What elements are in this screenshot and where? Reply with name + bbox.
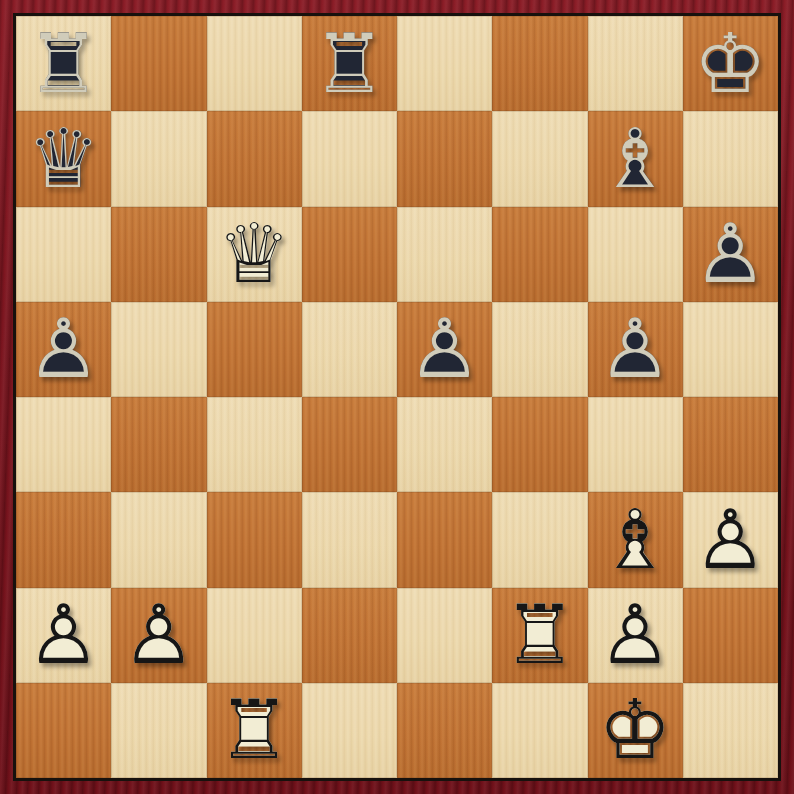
square-c5[interactable]	[207, 302, 302, 397]
white-rook-outline: ♖	[492, 588, 587, 683]
square-b1[interactable]	[111, 683, 206, 778]
white-pawn[interactable]: ♟♙	[588, 588, 683, 683]
white-pawn[interactable]: ♟♙	[683, 492, 778, 587]
square-f6[interactable]	[492, 207, 587, 302]
square-h7[interactable]	[683, 111, 778, 206]
white-pawn[interactable]: ♟♙	[16, 588, 111, 683]
white-queen[interactable]: ♛♕	[207, 207, 302, 302]
square-a6[interactable]	[16, 207, 111, 302]
square-a8[interactable]: ♜♖	[16, 16, 111, 111]
black-pawn[interactable]: ♟♙	[683, 207, 778, 302]
white-rook[interactable]: ♜♖	[492, 588, 587, 683]
square-h5[interactable]	[683, 302, 778, 397]
square-a7[interactable]: ♛♕	[16, 111, 111, 206]
square-e4[interactable]	[397, 397, 492, 492]
black-queen-outline: ♕	[16, 111, 111, 206]
square-h2[interactable]	[683, 588, 778, 683]
square-b7[interactable]	[111, 111, 206, 206]
white-queen-outline: ♕	[207, 207, 302, 302]
black-rook[interactable]: ♜♖	[16, 16, 111, 111]
black-pawn[interactable]: ♟♙	[588, 302, 683, 397]
square-h8[interactable]: ♚♔	[683, 16, 778, 111]
square-d7[interactable]	[302, 111, 397, 206]
square-b6[interactable]	[111, 207, 206, 302]
square-f7[interactable]	[492, 111, 587, 206]
black-pawn-outline: ♙	[16, 302, 111, 397]
square-e8[interactable]	[397, 16, 492, 111]
square-g8[interactable]	[588, 16, 683, 111]
square-c1[interactable]: ♜♖	[207, 683, 302, 778]
square-e6[interactable]	[397, 207, 492, 302]
square-f3[interactable]	[492, 492, 587, 587]
square-g6[interactable]	[588, 207, 683, 302]
square-a2[interactable]: ♟♙	[16, 588, 111, 683]
square-f4[interactable]	[492, 397, 587, 492]
black-king-outline: ♔	[683, 16, 778, 111]
white-pawn-outline: ♙	[111, 588, 206, 683]
square-c8[interactable]	[207, 16, 302, 111]
square-g5[interactable]: ♟♙	[588, 302, 683, 397]
black-rook-outline: ♖	[16, 16, 111, 111]
square-c4[interactable]	[207, 397, 302, 492]
square-b8[interactable]	[111, 16, 206, 111]
black-pawn[interactable]: ♟♙	[397, 302, 492, 397]
square-c3[interactable]	[207, 492, 302, 587]
black-queen[interactable]: ♛♕	[16, 111, 111, 206]
white-bishop[interactable]: ♝♗	[588, 492, 683, 587]
square-e5[interactable]: ♟♙	[397, 302, 492, 397]
square-f1[interactable]	[492, 683, 587, 778]
square-e7[interactable]	[397, 111, 492, 206]
square-f8[interactable]	[492, 16, 587, 111]
white-pawn[interactable]: ♟♙	[111, 588, 206, 683]
black-pawn-outline: ♙	[588, 302, 683, 397]
white-bishop-outline: ♗	[588, 492, 683, 587]
square-c7[interactable]	[207, 111, 302, 206]
white-rook-outline: ♖	[207, 683, 302, 778]
square-h1[interactable]	[683, 683, 778, 778]
white-king[interactable]: ♚♔	[588, 683, 683, 778]
white-king-outline: ♔	[588, 683, 683, 778]
black-bishop-outline: ♗	[588, 111, 683, 206]
square-a1[interactable]	[16, 683, 111, 778]
square-g7[interactable]: ♝♗	[588, 111, 683, 206]
square-e1[interactable]	[397, 683, 492, 778]
black-pawn-outline: ♙	[397, 302, 492, 397]
black-rook[interactable]: ♜♖	[302, 16, 397, 111]
square-d1[interactable]	[302, 683, 397, 778]
white-pawn-outline: ♙	[16, 588, 111, 683]
square-d8[interactable]: ♜♖	[302, 16, 397, 111]
square-d3[interactable]	[302, 492, 397, 587]
square-f5[interactable]	[492, 302, 587, 397]
square-d2[interactable]	[302, 588, 397, 683]
white-pawn-outline: ♙	[683, 492, 778, 587]
square-h3[interactable]: ♟♙	[683, 492, 778, 587]
black-pawn-outline: ♙	[683, 207, 778, 302]
black-king[interactable]: ♚♔	[683, 16, 778, 111]
square-f2[interactable]: ♜♖	[492, 588, 587, 683]
square-h6[interactable]: ♟♙	[683, 207, 778, 302]
square-c6[interactable]: ♛♕	[207, 207, 302, 302]
white-pawn-outline: ♙	[588, 588, 683, 683]
square-a5[interactable]: ♟♙	[16, 302, 111, 397]
square-b5[interactable]	[111, 302, 206, 397]
chess-board: ♜♖♜♖♚♔♛♕♝♗♛♕♟♙♟♙♟♙♟♙♝♗♟♙♟♙♟♙♜♖♟♙♜♖♚♔	[13, 13, 781, 781]
square-d6[interactable]	[302, 207, 397, 302]
square-h4[interactable]	[683, 397, 778, 492]
black-bishop[interactable]: ♝♗	[588, 111, 683, 206]
square-g3[interactable]: ♝♗	[588, 492, 683, 587]
square-b4[interactable]	[111, 397, 206, 492]
square-g4[interactable]	[588, 397, 683, 492]
square-a3[interactable]	[16, 492, 111, 587]
square-d5[interactable]	[302, 302, 397, 397]
square-b3[interactable]	[111, 492, 206, 587]
square-b2[interactable]: ♟♙	[111, 588, 206, 683]
black-pawn[interactable]: ♟♙	[16, 302, 111, 397]
black-rook-outline: ♖	[302, 16, 397, 111]
square-c2[interactable]	[207, 588, 302, 683]
square-d4[interactable]	[302, 397, 397, 492]
square-g1[interactable]: ♚♔	[588, 683, 683, 778]
square-e2[interactable]	[397, 588, 492, 683]
square-a4[interactable]	[16, 397, 111, 492]
square-e3[interactable]	[397, 492, 492, 587]
board-frame: ♜♖♜♖♚♔♛♕♝♗♛♕♟♙♟♙♟♙♟♙♝♗♟♙♟♙♟♙♜♖♟♙♜♖♚♔	[0, 0, 794, 794]
white-rook[interactable]: ♜♖	[207, 683, 302, 778]
square-g2[interactable]: ♟♙	[588, 588, 683, 683]
